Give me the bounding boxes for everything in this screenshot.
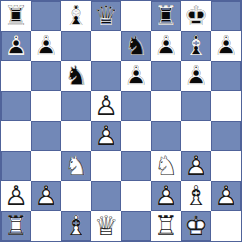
- piece-glyph-outline: ♙: [1, 31, 31, 61]
- square-a3[interactable]: [1, 151, 31, 181]
- square-d8[interactable]: ♛♕: [91, 1, 121, 31]
- piece-white-bishop[interactable]: ♝♗: [181, 181, 211, 211]
- square-d7[interactable]: [91, 31, 121, 61]
- piece-glyph-outline: ♙: [151, 181, 181, 211]
- piece-white-king[interactable]: ♚♔: [181, 211, 211, 241]
- square-b5[interactable]: [31, 91, 61, 121]
- piece-white-pawn[interactable]: ♟♙: [151, 181, 181, 211]
- square-b2[interactable]: ♟♙: [31, 181, 61, 211]
- piece-glyph-outline: ♔: [181, 1, 211, 31]
- square-g8[interactable]: ♚♔: [181, 1, 211, 31]
- piece-black-bishop[interactable]: ♝♗: [181, 31, 211, 61]
- square-h5[interactable]: [211, 91, 241, 121]
- square-f6[interactable]: [151, 61, 181, 91]
- square-h4[interactable]: [211, 121, 241, 151]
- piece-white-knight[interactable]: ♞♘: [151, 151, 181, 181]
- piece-white-pawn[interactable]: ♟♙: [181, 151, 211, 181]
- square-e4[interactable]: [121, 121, 151, 151]
- piece-black-pawn[interactable]: ♟♙: [1, 31, 31, 61]
- square-f4[interactable]: [151, 121, 181, 151]
- square-e3[interactable]: [121, 151, 151, 181]
- piece-white-rook[interactable]: ♜♖: [1, 211, 31, 241]
- piece-black-king[interactable]: ♚♔: [181, 1, 211, 31]
- piece-black-pawn[interactable]: ♟♙: [151, 31, 181, 61]
- piece-black-pawn[interactable]: ♟♙: [211, 31, 241, 61]
- piece-glyph-outline: ♙: [211, 181, 241, 211]
- piece-white-pawn[interactable]: ♟♙: [1, 181, 31, 211]
- piece-glyph-outline: ♕: [91, 1, 121, 31]
- piece-glyph-outline: ♖: [1, 211, 31, 241]
- square-g5[interactable]: [181, 91, 211, 121]
- square-b4[interactable]: [31, 121, 61, 151]
- piece-white-rook[interactable]: ♜♖: [151, 211, 181, 241]
- square-c5[interactable]: [61, 91, 91, 121]
- square-c4[interactable]: [61, 121, 91, 151]
- piece-white-knight[interactable]: ♞♘: [61, 151, 91, 181]
- piece-glyph-outline: ♘: [151, 151, 181, 181]
- piece-glyph-outline: ♙: [1, 181, 31, 211]
- square-h7[interactable]: ♟♙: [211, 31, 241, 61]
- piece-glyph-outline: ♗: [181, 181, 211, 211]
- square-c6[interactable]: ♞♘: [61, 61, 91, 91]
- square-g6[interactable]: ♟♙: [181, 61, 211, 91]
- piece-white-bishop[interactable]: ♝♗: [61, 211, 91, 241]
- piece-white-pawn[interactable]: ♟♙: [211, 181, 241, 211]
- square-g1[interactable]: ♚♔: [181, 211, 211, 241]
- square-b6[interactable]: [31, 61, 61, 91]
- square-a4[interactable]: [1, 121, 31, 151]
- piece-white-pawn[interactable]: ♟♙: [91, 121, 121, 151]
- piece-white-queen[interactable]: ♛♕: [91, 211, 121, 241]
- square-g7[interactable]: ♝♗: [181, 31, 211, 61]
- square-f2[interactable]: ♟♙: [151, 181, 181, 211]
- piece-glyph-outline: ♙: [31, 181, 61, 211]
- square-e1[interactable]: [121, 211, 151, 241]
- piece-glyph-outline: ♙: [181, 61, 211, 91]
- square-h1[interactable]: [211, 211, 241, 241]
- square-a6[interactable]: [1, 61, 31, 91]
- square-g4[interactable]: [181, 121, 211, 151]
- piece-white-pawn[interactable]: ♟♙: [91, 91, 121, 121]
- square-d1[interactable]: ♛♕: [91, 211, 121, 241]
- piece-glyph-outline: ♙: [31, 31, 61, 61]
- piece-black-bishop[interactable]: ♝♗: [61, 1, 91, 31]
- square-c3[interactable]: ♞♘: [61, 151, 91, 181]
- square-f5[interactable]: [151, 91, 181, 121]
- square-d3[interactable]: [91, 151, 121, 181]
- piece-black-rook[interactable]: ♜♖: [1, 1, 31, 31]
- piece-glyph-outline: ♙: [181, 151, 211, 181]
- piece-black-pawn[interactable]: ♟♙: [31, 31, 61, 61]
- square-b3[interactable]: [31, 151, 61, 181]
- square-e6[interactable]: ♟♙: [121, 61, 151, 91]
- square-c7[interactable]: [61, 31, 91, 61]
- square-f3[interactable]: ♞♘: [151, 151, 181, 181]
- square-a1[interactable]: ♜♖: [1, 211, 31, 241]
- square-e8[interactable]: [121, 1, 151, 31]
- square-g3[interactable]: ♟♙: [181, 151, 211, 181]
- square-g2[interactable]: ♝♗: [181, 181, 211, 211]
- piece-glyph-outline: ♕: [91, 211, 121, 241]
- piece-glyph-outline: ♘: [121, 31, 151, 61]
- square-a8[interactable]: ♜♖: [1, 1, 31, 31]
- chess-board: ♜♖♝♗♛♕♜♖♚♔♟♙♟♙♞♘♟♙♝♗♟♙♞♘♟♙♟♙♟♙♟♙♞♘♞♘♟♙♟♙…: [0, 0, 242, 242]
- piece-glyph-outline: ♖: [151, 1, 181, 31]
- square-h2[interactable]: ♟♙: [211, 181, 241, 211]
- square-c1[interactable]: ♝♗: [61, 211, 91, 241]
- square-d5[interactable]: ♟♙: [91, 91, 121, 121]
- piece-glyph-outline: ♘: [61, 61, 91, 91]
- piece-glyph-outline: ♙: [91, 121, 121, 151]
- square-b8[interactable]: [31, 1, 61, 31]
- square-f7[interactable]: ♟♙: [151, 31, 181, 61]
- piece-glyph-outline: ♙: [211, 31, 241, 61]
- piece-white-pawn[interactable]: ♟♙: [31, 181, 61, 211]
- piece-glyph-outline: ♔: [181, 211, 211, 241]
- piece-black-queen[interactable]: ♛♕: [91, 1, 121, 31]
- square-a2[interactable]: ♟♙: [1, 181, 31, 211]
- piece-black-pawn[interactable]: ♟♙: [181, 61, 211, 91]
- square-f8[interactable]: ♜♖: [151, 1, 181, 31]
- piece-glyph-outline: ♖: [1, 1, 31, 31]
- square-a5[interactable]: [1, 91, 31, 121]
- square-e5[interactable]: [121, 91, 151, 121]
- square-d2[interactable]: [91, 181, 121, 211]
- square-b1[interactable]: [31, 211, 61, 241]
- piece-glyph-outline: ♙: [91, 91, 121, 121]
- piece-glyph-outline: ♖: [151, 211, 181, 241]
- piece-black-knight[interactable]: ♞♘: [61, 61, 91, 91]
- piece-glyph-outline: ♗: [181, 31, 211, 61]
- square-h8[interactable]: [211, 1, 241, 31]
- square-h3[interactable]: [211, 151, 241, 181]
- piece-glyph-outline: ♙: [151, 31, 181, 61]
- square-c8[interactable]: ♝♗: [61, 1, 91, 31]
- square-c2[interactable]: [61, 181, 91, 211]
- piece-black-knight[interactable]: ♞♘: [121, 31, 151, 61]
- piece-glyph-outline: ♗: [61, 211, 91, 241]
- square-d6[interactable]: [91, 61, 121, 91]
- square-b7[interactable]: ♟♙: [31, 31, 61, 61]
- square-e7[interactable]: ♞♘: [121, 31, 151, 61]
- piece-black-pawn[interactable]: ♟♙: [121, 61, 151, 91]
- piece-glyph-outline: ♘: [61, 151, 91, 181]
- square-e2[interactable]: [121, 181, 151, 211]
- square-f1[interactable]: ♜♖: [151, 211, 181, 241]
- piece-black-rook[interactable]: ♜♖: [151, 1, 181, 31]
- square-d4[interactable]: ♟♙: [91, 121, 121, 151]
- piece-glyph-outline: ♙: [121, 61, 151, 91]
- square-a7[interactable]: ♟♙: [1, 31, 31, 61]
- piece-glyph-outline: ♗: [61, 1, 91, 31]
- square-h6[interactable]: [211, 61, 241, 91]
